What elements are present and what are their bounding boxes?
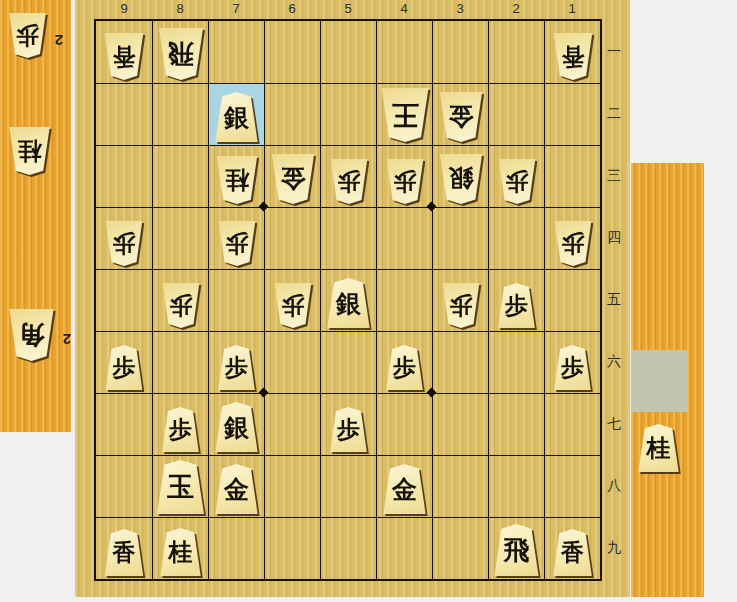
piece-gyoku-88[interactable]: 玉 bbox=[156, 460, 206, 514]
piece-kin-63[interactable]: 金 bbox=[270, 154, 315, 204]
square-5-2[interactable] bbox=[320, 83, 376, 145]
rank-label-4: 四 bbox=[607, 207, 631, 269]
piece-kanji: 桂 bbox=[215, 156, 258, 204]
piece-kanji: 歩 bbox=[105, 221, 144, 266]
piece-fu-43[interactable]: 歩 bbox=[385, 159, 424, 204]
file-label-3: 3 bbox=[432, 1, 488, 16]
file-label-9: 9 bbox=[96, 1, 152, 16]
square-7-3[interactable]: 桂 bbox=[208, 145, 264, 207]
rank-label-5: 五 bbox=[607, 269, 631, 331]
square-7-8[interactable]: 金 bbox=[208, 455, 264, 517]
square-9-9[interactable]: 香 bbox=[96, 517, 152, 579]
piece-fu-85[interactable]: 歩 bbox=[161, 283, 200, 328]
rank-label-6: 六 bbox=[607, 331, 631, 393]
square-8-9[interactable]: 桂 bbox=[152, 517, 208, 579]
piece-kin-78[interactable]: 金 bbox=[214, 464, 259, 514]
square-9-5[interactable] bbox=[96, 269, 152, 331]
piece-fu-16[interactable]: 歩 bbox=[553, 345, 592, 390]
piece-kanji: 香 bbox=[552, 33, 593, 80]
file-label-2: 2 bbox=[488, 1, 544, 16]
square-1-9[interactable]: 香 bbox=[544, 517, 600, 579]
rank-label-3: 三 bbox=[607, 145, 631, 207]
square-8-4[interactable] bbox=[152, 207, 208, 269]
square-2-6[interactable] bbox=[488, 331, 544, 393]
square-2-4[interactable] bbox=[488, 207, 544, 269]
square-3-9[interactable] bbox=[432, 517, 488, 579]
piece-kanji: 玉 bbox=[156, 460, 206, 514]
square-1-4[interactable]: 歩 bbox=[544, 207, 600, 269]
piece-kanji: 歩 bbox=[441, 283, 480, 328]
piece-kanji: 歩 bbox=[553, 221, 592, 266]
square-9-6[interactable]: 歩 bbox=[96, 331, 152, 393]
piece-kei-73[interactable]: 桂 bbox=[215, 156, 258, 204]
square-8-5[interactable]: 歩 bbox=[152, 269, 208, 331]
square-3-6[interactable] bbox=[432, 331, 488, 393]
piece-fu-53[interactable]: 歩 bbox=[329, 159, 368, 204]
square-5-1[interactable] bbox=[320, 21, 376, 83]
square-1-8[interactable] bbox=[544, 455, 600, 517]
rank-label-2: 二 bbox=[607, 83, 631, 145]
square-3-1[interactable] bbox=[432, 21, 488, 83]
piece-kanji: 香 bbox=[552, 529, 593, 576]
square-3-7[interactable] bbox=[432, 393, 488, 455]
sente-captured-pieces-stand[interactable]: 桂 bbox=[631, 163, 704, 597]
square-7-1[interactable] bbox=[208, 21, 264, 83]
square-6-5[interactable]: 歩 bbox=[264, 269, 320, 331]
piece-kanji: 歩 bbox=[329, 407, 368, 452]
gote-hand-slot-fu[interactable]: 歩2 bbox=[8, 13, 47, 58]
square-6-3[interactable]: 金 bbox=[264, 145, 320, 207]
piece-kanji: 歩 bbox=[161, 283, 200, 328]
piece-kanji: 金 bbox=[214, 464, 259, 514]
rank-label-7: 七 bbox=[607, 393, 631, 455]
square-8-8[interactable]: 玉 bbox=[152, 455, 208, 517]
piece-fu-74[interactable]: 歩 bbox=[217, 221, 256, 266]
piece-kyo-11[interactable]: 香 bbox=[552, 33, 593, 80]
piece-hi-29[interactable]: 飛 bbox=[493, 524, 540, 576]
square-8-6[interactable] bbox=[152, 331, 208, 393]
square-9-1[interactable]: 香 bbox=[96, 21, 152, 83]
square-6-7[interactable] bbox=[264, 393, 320, 455]
file-label-6: 6 bbox=[264, 1, 320, 16]
square-4-2[interactable]: 王 bbox=[376, 83, 432, 145]
square-7-5[interactable] bbox=[208, 269, 264, 331]
piece-gin-33[interactable]: 銀 bbox=[438, 154, 483, 204]
board-background: 987654321 一二三四五六七八九 香飛香銀王金桂金歩歩銀歩歩歩歩歩歩銀歩歩… bbox=[75, 0, 630, 597]
hand-empty-slot-highlight bbox=[631, 350, 688, 412]
piece-fu-96[interactable]: 歩 bbox=[105, 345, 144, 390]
square-5-7[interactable]: 歩 bbox=[320, 393, 376, 455]
square-1-1[interactable]: 香 bbox=[544, 21, 600, 83]
piece-kei-hand-sente[interactable]: 桂 bbox=[637, 424, 680, 472]
piece-kanji: 歩 bbox=[497, 283, 536, 328]
piece-kaku-hand-gote[interactable]: 角 bbox=[8, 309, 55, 361]
file-label-8: 8 bbox=[152, 1, 208, 16]
piece-kanji: 歩 bbox=[385, 159, 424, 204]
hand-count: 2 bbox=[63, 331, 71, 348]
piece-kanji: 歩 bbox=[273, 283, 312, 328]
square-4-5[interactable] bbox=[376, 269, 432, 331]
square-6-9[interactable] bbox=[264, 517, 320, 579]
file-label-7: 7 bbox=[208, 1, 264, 16]
square-7-7[interactable]: 銀 bbox=[208, 393, 264, 455]
square-9-2[interactable] bbox=[96, 83, 152, 145]
square-7-2[interactable]: 銀 bbox=[208, 83, 264, 145]
piece-kanji: 歩 bbox=[553, 345, 592, 390]
square-6-8[interactable] bbox=[264, 455, 320, 517]
square-5-6[interactable] bbox=[320, 331, 376, 393]
piece-kin-48[interactable]: 金 bbox=[382, 464, 427, 514]
square-1-6[interactable]: 歩 bbox=[544, 331, 600, 393]
piece-kanji: 飛 bbox=[493, 524, 540, 576]
piece-kanji: 香 bbox=[104, 33, 145, 80]
square-4-8[interactable]: 金 bbox=[376, 455, 432, 517]
square-5-8[interactable] bbox=[320, 455, 376, 517]
piece-kanji: 角 bbox=[8, 309, 55, 361]
piece-kanji: 歩 bbox=[105, 345, 144, 390]
square-7-6[interactable]: 歩 bbox=[208, 331, 264, 393]
square-3-5[interactable]: 歩 bbox=[432, 269, 488, 331]
piece-gin-72[interactable]: 銀 bbox=[214, 92, 259, 142]
piece-fu-14[interactable]: 歩 bbox=[553, 221, 592, 266]
piece-fu-57[interactable]: 歩 bbox=[329, 407, 368, 452]
piece-fu-76[interactable]: 歩 bbox=[217, 345, 256, 390]
square-4-6[interactable]: 歩 bbox=[376, 331, 432, 393]
piece-kanji: 銀 bbox=[326, 278, 371, 328]
piece-fu-35[interactable]: 歩 bbox=[441, 283, 480, 328]
square-6-1[interactable] bbox=[264, 21, 320, 83]
square-3-2[interactable]: 金 bbox=[432, 83, 488, 145]
piece-kanji: 飛 bbox=[157, 28, 204, 80]
piece-kanji: 桂 bbox=[8, 127, 51, 175]
shogi-board[interactable]: 香飛香銀王金桂金歩歩銀歩歩歩歩歩歩銀歩歩歩歩歩歩歩銀歩玉金金香桂飛香 bbox=[94, 19, 602, 581]
square-8-1[interactable]: 飛 bbox=[152, 21, 208, 83]
square-2-8[interactable] bbox=[488, 455, 544, 517]
square-8-2[interactable] bbox=[152, 83, 208, 145]
piece-kanji: 歩 bbox=[385, 345, 424, 390]
rank-label-8: 八 bbox=[607, 455, 631, 517]
file-label-1: 1 bbox=[544, 1, 600, 16]
piece-kanji: 歩 bbox=[329, 159, 368, 204]
square-6-2[interactable] bbox=[264, 83, 320, 145]
square-5-9[interactable] bbox=[320, 517, 376, 579]
file-label-5: 5 bbox=[320, 1, 376, 16]
square-1-2[interactable] bbox=[544, 83, 600, 145]
piece-kei-89[interactable]: 桂 bbox=[159, 528, 202, 576]
piece-fu-87[interactable]: 歩 bbox=[161, 407, 200, 452]
piece-kanji: 金 bbox=[382, 464, 427, 514]
piece-kanji: 歩 bbox=[497, 159, 536, 204]
piece-kanji: 金 bbox=[270, 154, 315, 204]
square-1-7[interactable] bbox=[544, 393, 600, 455]
shogi-app: 歩2桂角2 987654321 一二三四五六七八九 香飛香銀王金桂金歩歩銀歩歩歩… bbox=[0, 0, 737, 602]
piece-kanji: 香 bbox=[104, 529, 145, 576]
square-7-9[interactable] bbox=[208, 517, 264, 579]
square-4-1[interactable] bbox=[376, 21, 432, 83]
piece-fu-hand-gote[interactable]: 歩 bbox=[8, 13, 47, 58]
square-2-3[interactable]: 歩 bbox=[488, 145, 544, 207]
square-7-4[interactable]: 歩 bbox=[208, 207, 264, 269]
square-9-8[interactable] bbox=[96, 455, 152, 517]
square-2-7[interactable] bbox=[488, 393, 544, 455]
piece-kin-32[interactable]: 金 bbox=[438, 92, 483, 142]
piece-kanji: 歩 bbox=[217, 221, 256, 266]
square-3-4[interactable] bbox=[432, 207, 488, 269]
square-2-9[interactable]: 飛 bbox=[488, 517, 544, 579]
square-2-1[interactable] bbox=[488, 21, 544, 83]
hand-count: 2 bbox=[55, 32, 63, 49]
square-4-4[interactable] bbox=[376, 207, 432, 269]
piece-kanji: 銀 bbox=[438, 154, 483, 204]
piece-kyo-99[interactable]: 香 bbox=[104, 529, 145, 576]
square-4-3[interactable]: 歩 bbox=[376, 145, 432, 207]
square-5-5[interactable]: 銀 bbox=[320, 269, 376, 331]
rank-label-1: 一 bbox=[607, 21, 631, 83]
piece-kanji: 銀 bbox=[214, 92, 259, 142]
square-9-4[interactable]: 歩 bbox=[96, 207, 152, 269]
piece-kanji: 王 bbox=[380, 88, 430, 142]
square-3-8[interactable] bbox=[432, 455, 488, 517]
piece-gin-55[interactable]: 銀 bbox=[326, 278, 371, 328]
piece-kanji: 桂 bbox=[159, 528, 202, 576]
square-8-7[interactable]: 歩 bbox=[152, 393, 208, 455]
piece-kanji: 桂 bbox=[637, 424, 680, 472]
piece-kyo-91[interactable]: 香 bbox=[104, 33, 145, 80]
piece-fu-23[interactable]: 歩 bbox=[497, 159, 536, 204]
square-9-7[interactable] bbox=[96, 393, 152, 455]
square-2-5[interactable]: 歩 bbox=[488, 269, 544, 331]
piece-hi-81[interactable]: 飛 bbox=[157, 28, 204, 80]
square-1-5[interactable] bbox=[544, 269, 600, 331]
piece-kyo-19[interactable]: 香 bbox=[552, 529, 593, 576]
piece-kanji: 金 bbox=[438, 92, 483, 142]
square-1-3[interactable] bbox=[544, 145, 600, 207]
gote-hand-slot-kaku[interactable]: 角2 bbox=[8, 309, 55, 361]
gote-captured-pieces-stand[interactable]: 歩2桂角2 bbox=[0, 0, 71, 432]
rank-label-9: 九 bbox=[607, 517, 631, 579]
square-5-4[interactable] bbox=[320, 207, 376, 269]
square-4-9[interactable] bbox=[376, 517, 432, 579]
square-6-4[interactable] bbox=[264, 207, 320, 269]
piece-kanji: 銀 bbox=[214, 402, 259, 452]
square-6-6[interactable] bbox=[264, 331, 320, 393]
file-label-4: 4 bbox=[376, 1, 432, 16]
piece-kanji: 歩 bbox=[217, 345, 256, 390]
gote-hand-slot-kei[interactable]: 桂 bbox=[8, 127, 51, 175]
piece-fu-65[interactable]: 歩 bbox=[273, 283, 312, 328]
square-3-3[interactable]: 銀 bbox=[432, 145, 488, 207]
square-2-2[interactable] bbox=[488, 83, 544, 145]
square-9-3[interactable] bbox=[96, 145, 152, 207]
square-8-3[interactable] bbox=[152, 145, 208, 207]
piece-fu-46[interactable]: 歩 bbox=[385, 345, 424, 390]
square-4-7[interactable] bbox=[376, 393, 432, 455]
piece-kanji: 歩 bbox=[161, 407, 200, 452]
piece-gin-77[interactable]: 銀 bbox=[214, 402, 259, 452]
piece-ou-42[interactable]: 王 bbox=[380, 88, 430, 142]
piece-fu-94[interactable]: 歩 bbox=[105, 221, 144, 266]
piece-kanji: 歩 bbox=[8, 13, 47, 58]
piece-kei-hand-gote[interactable]: 桂 bbox=[8, 127, 51, 175]
square-5-3[interactable]: 歩 bbox=[320, 145, 376, 207]
sente-hand-slot-kei[interactable]: 桂 bbox=[637, 424, 680, 472]
piece-fu-25[interactable]: 歩 bbox=[497, 283, 536, 328]
